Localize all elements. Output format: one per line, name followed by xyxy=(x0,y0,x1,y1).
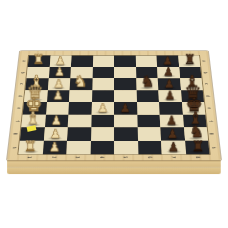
white-pawn[interactable]: ♟ xyxy=(49,141,60,154)
square-a5[interactable] xyxy=(114,56,136,67)
white-pawn[interactable]: ♟ xyxy=(97,102,108,114)
square-h4[interactable] xyxy=(90,141,114,155)
square-g4[interactable] xyxy=(90,127,114,140)
square-f7[interactable]: ♟ xyxy=(160,114,184,127)
coordinate-label: b xyxy=(12,70,34,74)
square-h2[interactable]: ♟ xyxy=(42,141,67,155)
black-knight[interactable]: ♞ xyxy=(140,74,154,90)
square-c3[interactable]: ♞ xyxy=(70,78,92,90)
white-pawn[interactable]: ♟ xyxy=(52,89,63,101)
chessboard-scene: ♜♟♟♜♟♟♝♟♞♞♟♝♛♟♟♛♚♟♟♚♝♟♟♝♟♟♞♜♟♟♜ 12345678… xyxy=(0,0,228,228)
square-b4[interactable] xyxy=(92,67,114,78)
black-pawn[interactable]: ♟ xyxy=(165,89,176,101)
square-h1[interactable]: ♜ xyxy=(18,141,43,155)
square-g6[interactable] xyxy=(137,127,161,140)
square-h6[interactable] xyxy=(138,141,162,155)
square-a6[interactable] xyxy=(135,56,157,67)
square-f3[interactable] xyxy=(68,114,92,127)
chessboard: ♜♟♟♜♟♟♝♟♞♞♟♝♛♟♟♛♚♟♟♚♝♟♟♝♟♟♞♜♟♟♜ xyxy=(18,56,209,155)
board-side-edge xyxy=(7,160,221,174)
coordinate-label: c xyxy=(10,82,32,86)
coordinate-label: b xyxy=(194,70,216,74)
square-c5[interactable] xyxy=(114,78,136,90)
coordinate-label: c xyxy=(195,82,217,86)
product-photo: ♜♟♟♜♟♟♝♟♞♞♟♝♛♟♟♛♚♟♟♚♝♟♟♝♟♟♞♜♟♟♜ 12345678… xyxy=(0,0,228,228)
square-f6[interactable] xyxy=(137,114,161,127)
square-c6[interactable]: ♞ xyxy=(136,78,158,90)
square-h5[interactable] xyxy=(114,141,138,155)
black-pawn[interactable]: ♟ xyxy=(167,127,178,140)
white-pawn[interactable]: ♟ xyxy=(50,127,61,140)
coordinate-label: a xyxy=(13,59,35,63)
square-a3[interactable] xyxy=(71,56,93,67)
white-knight[interactable]: ♞ xyxy=(74,74,88,90)
black-rook[interactable]: ♜ xyxy=(191,139,204,153)
square-g7[interactable]: ♟ xyxy=(160,127,184,140)
black-pawn[interactable]: ♟ xyxy=(166,114,177,126)
square-f4[interactable] xyxy=(91,114,114,127)
square-e5[interactable]: ♟ xyxy=(114,102,137,114)
coordinate-label: a xyxy=(193,59,215,63)
square-d7[interactable]: ♟ xyxy=(158,90,181,102)
rank-labels-near-edge: 12345678 xyxy=(18,154,210,159)
square-d6[interactable] xyxy=(136,90,159,102)
square-e4[interactable]: ♟ xyxy=(91,102,114,114)
white-rook[interactable]: ♜ xyxy=(24,139,37,153)
white-pawn[interactable]: ♟ xyxy=(51,114,62,126)
white-bishop[interactable]: ♝ xyxy=(26,110,41,126)
square-h3[interactable] xyxy=(66,141,90,155)
square-e3[interactable] xyxy=(68,102,91,114)
square-f2[interactable]: ♟ xyxy=(44,114,68,127)
square-b5[interactable] xyxy=(114,67,136,78)
black-pawn[interactable]: ♟ xyxy=(120,102,131,114)
square-g3[interactable] xyxy=(67,127,91,140)
chessboard-frame: ♜♟♟♜♟♟♝♟♞♞♟♝♛♟♟♛♚♟♟♚♝♟♟♝♟♟♞♜♟♟♜ 12345678… xyxy=(7,51,221,161)
square-g2[interactable]: ♟ xyxy=(43,127,67,140)
square-g5[interactable] xyxy=(114,127,138,140)
black-pawn[interactable]: ♟ xyxy=(168,141,179,154)
square-c4[interactable] xyxy=(92,78,114,90)
square-e6[interactable] xyxy=(137,102,160,114)
square-d3[interactable] xyxy=(69,90,92,102)
square-d2[interactable]: ♟ xyxy=(47,90,70,102)
square-h7[interactable]: ♟ xyxy=(161,141,186,155)
square-f5[interactable] xyxy=(114,114,137,127)
square-h8[interactable]: ♜ xyxy=(185,141,210,155)
square-a4[interactable] xyxy=(92,56,114,67)
